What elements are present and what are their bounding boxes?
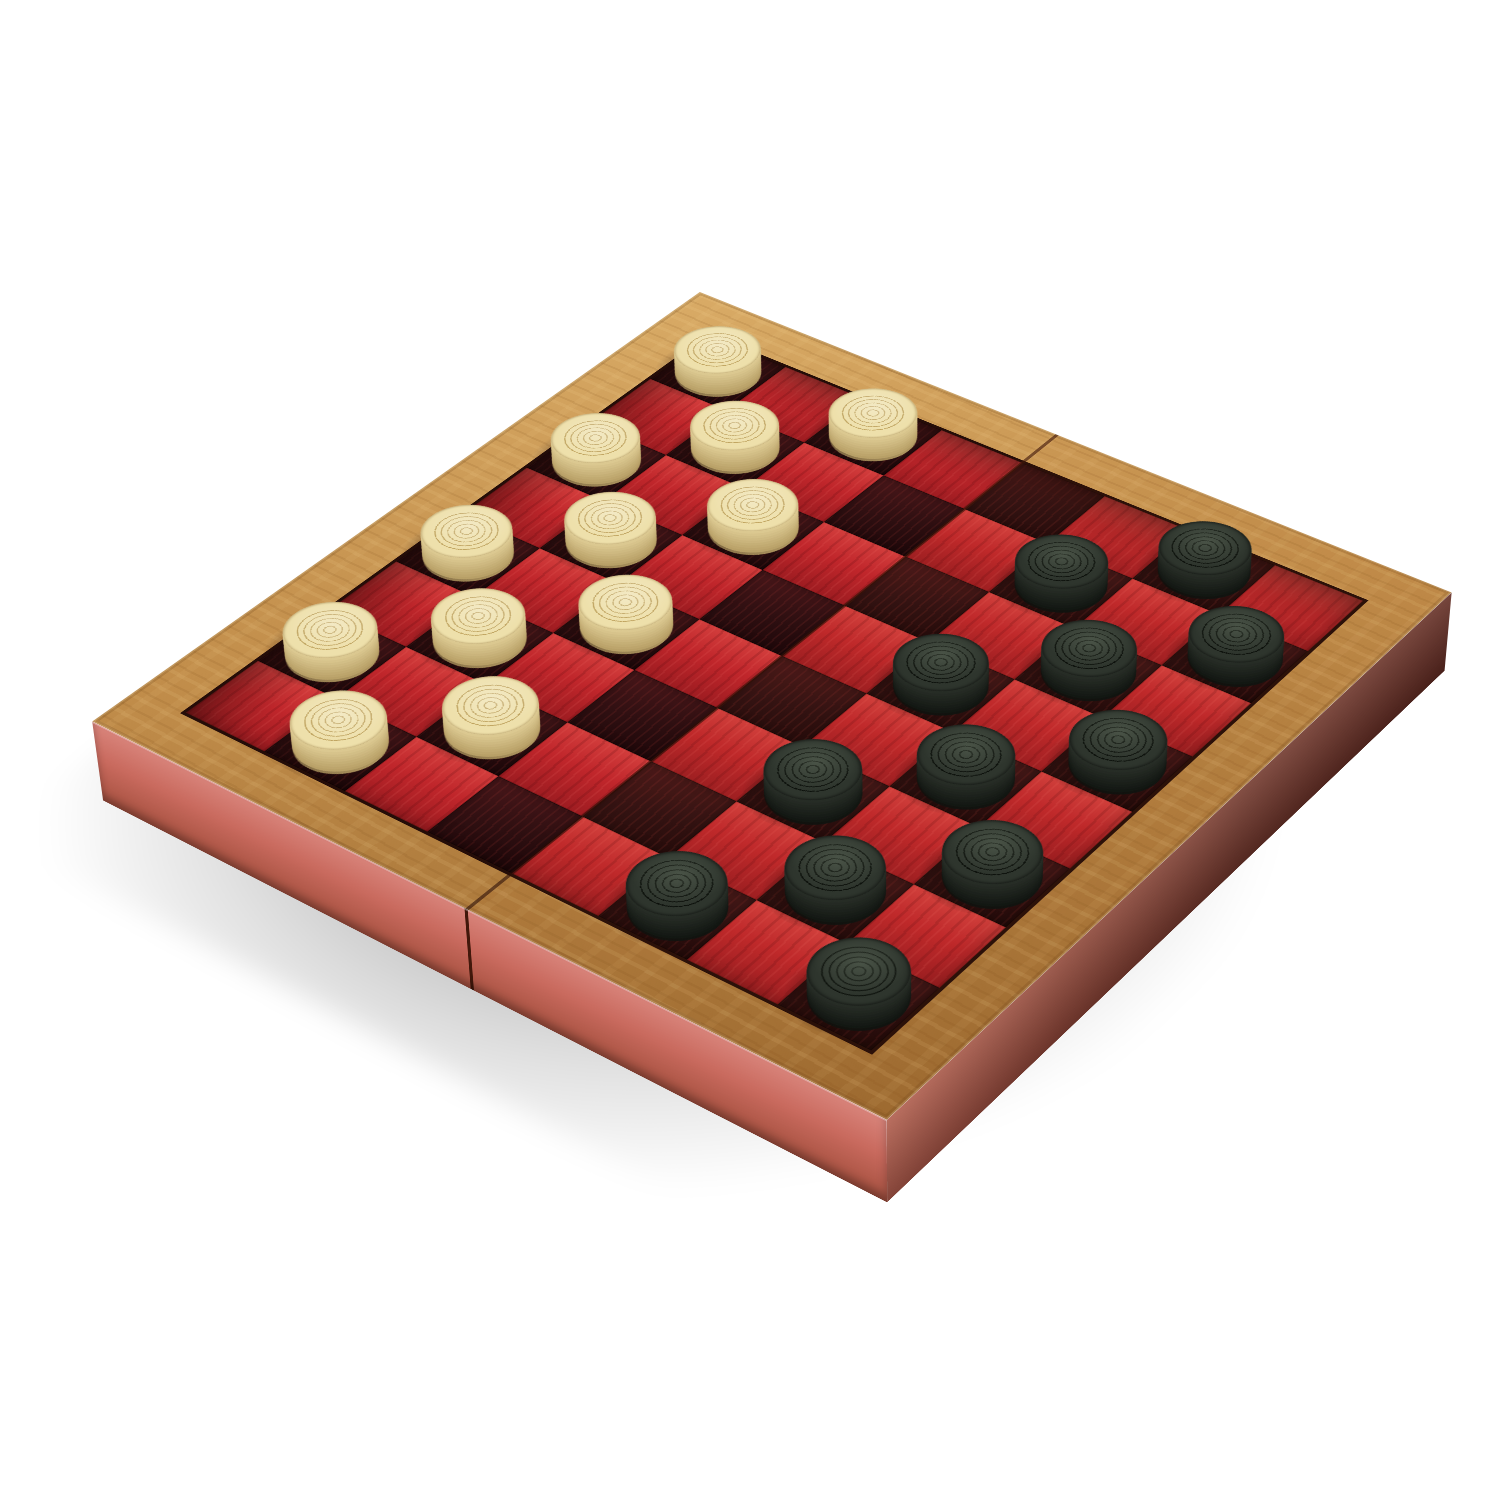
- checker-black[interactable]: [898, 737, 1034, 822]
- checker-black[interactable]: [922, 832, 1062, 922]
- checker-black[interactable]: [607, 863, 749, 954]
- checker-black[interactable]: [874, 646, 1007, 727]
- checker-cream[interactable]: [424, 688, 559, 770]
- checker-cream[interactable]: [272, 703, 408, 786]
- checker-black[interactable]: [1169, 619, 1300, 698]
- checker-black[interactable]: [1049, 722, 1184, 806]
- checker-black[interactable]: [745, 751, 882, 837]
- checkers-board: [92, 292, 1451, 1120]
- checker-black[interactable]: [786, 949, 931, 1045]
- scene: [0, 0, 1500, 1500]
- checker-black[interactable]: [765, 847, 906, 938]
- checker-black[interactable]: [1022, 632, 1154, 712]
